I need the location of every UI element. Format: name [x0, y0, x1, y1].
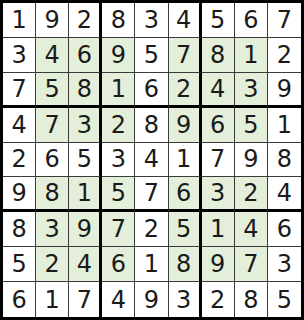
cell-r6c5[interactable]: 7 — [135, 177, 168, 212]
cell-r7c2[interactable]: 3 — [36, 212, 69, 247]
cell-r9c8[interactable]: 8 — [235, 282, 268, 317]
cell-r7c8[interactable]: 4 — [235, 212, 268, 247]
cell-r3c3[interactable]: 8 — [69, 73, 102, 108]
cell-r8c7[interactable]: 9 — [202, 247, 235, 282]
cell-r1c3[interactable]: 2 — [69, 3, 102, 38]
cell-r1c9[interactable]: 7 — [268, 3, 301, 38]
cell-r8c1[interactable]: 5 — [3, 247, 36, 282]
cell-r6c3[interactable]: 1 — [69, 177, 102, 212]
cell-r6c4[interactable]: 5 — [102, 177, 135, 212]
cell-r4c4[interactable]: 2 — [102, 108, 135, 143]
cell-r3c7[interactable]: 4 — [202, 73, 235, 108]
cell-r9c1[interactable]: 6 — [3, 282, 36, 317]
cell-r7c6[interactable]: 5 — [169, 212, 202, 247]
cell-r1c1[interactable]: 1 — [3, 3, 36, 38]
cell-r8c8[interactable]: 7 — [235, 247, 268, 282]
cell-r9c5[interactable]: 9 — [135, 282, 168, 317]
cell-r4c3[interactable]: 3 — [69, 108, 102, 143]
cell-r6c9[interactable]: 4 — [268, 177, 301, 212]
cell-r1c6[interactable]: 4 — [169, 3, 202, 38]
cell-r6c2[interactable]: 8 — [36, 177, 69, 212]
cell-r8c2[interactable]: 2 — [36, 247, 69, 282]
cell-r9c2[interactable]: 1 — [36, 282, 69, 317]
cell-r9c6[interactable]: 3 — [169, 282, 202, 317]
cell-r2c7[interactable]: 8 — [202, 38, 235, 73]
cell-r9c9[interactable]: 5 — [268, 282, 301, 317]
cell-r1c7[interactable]: 5 — [202, 3, 235, 38]
cell-r2c6[interactable]: 7 — [169, 38, 202, 73]
cell-r5c7[interactable]: 7 — [202, 143, 235, 178]
cell-r3c5[interactable]: 6 — [135, 73, 168, 108]
cell-r4c6[interactable]: 9 — [169, 108, 202, 143]
cell-r9c4[interactable]: 4 — [102, 282, 135, 317]
cell-r3c8[interactable]: 3 — [235, 73, 268, 108]
cell-r9c7[interactable]: 2 — [202, 282, 235, 317]
cell-r2c5[interactable]: 5 — [135, 38, 168, 73]
cell-r8c5[interactable]: 1 — [135, 247, 168, 282]
cell-r5c5[interactable]: 4 — [135, 143, 168, 178]
cell-r7c4[interactable]: 7 — [102, 212, 135, 247]
cell-r6c1[interactable]: 9 — [3, 177, 36, 212]
cell-r4c8[interactable]: 5 — [235, 108, 268, 143]
cell-r8c4[interactable]: 6 — [102, 247, 135, 282]
cell-r7c3[interactable]: 9 — [69, 212, 102, 247]
cell-r5c2[interactable]: 6 — [36, 143, 69, 178]
cell-r4c2[interactable]: 7 — [36, 108, 69, 143]
cell-r4c5[interactable]: 8 — [135, 108, 168, 143]
sudoku-board: 1928345673469578127581624394732896512653… — [0, 0, 304, 320]
cell-r3c6[interactable]: 2 — [169, 73, 202, 108]
cell-r3c1[interactable]: 7 — [3, 73, 36, 108]
cell-r7c7[interactable]: 1 — [202, 212, 235, 247]
cell-r4c1[interactable]: 4 — [3, 108, 36, 143]
cell-r5c9[interactable]: 8 — [268, 143, 301, 178]
cell-r3c2[interactable]: 5 — [36, 73, 69, 108]
cell-r3c9[interactable]: 9 — [268, 73, 301, 108]
cell-r6c6[interactable]: 6 — [169, 177, 202, 212]
cell-r4c9[interactable]: 1 — [268, 108, 301, 143]
cell-r4c7[interactable]: 6 — [202, 108, 235, 143]
cell-r5c6[interactable]: 1 — [169, 143, 202, 178]
cell-r7c9[interactable]: 6 — [268, 212, 301, 247]
cell-r5c8[interactable]: 9 — [235, 143, 268, 178]
cell-r2c1[interactable]: 3 — [3, 38, 36, 73]
cell-r3c4[interactable]: 1 — [102, 73, 135, 108]
cell-r2c8[interactable]: 1 — [235, 38, 268, 73]
cell-r5c4[interactable]: 3 — [102, 143, 135, 178]
cell-r8c9[interactable]: 3 — [268, 247, 301, 282]
cell-r7c1[interactable]: 8 — [3, 212, 36, 247]
cell-r1c2[interactable]: 9 — [36, 3, 69, 38]
cell-r2c3[interactable]: 6 — [69, 38, 102, 73]
cell-r5c3[interactable]: 5 — [69, 143, 102, 178]
cell-r9c3[interactable]: 7 — [69, 282, 102, 317]
cell-r1c4[interactable]: 8 — [102, 3, 135, 38]
cell-r2c9[interactable]: 2 — [268, 38, 301, 73]
cell-r8c6[interactable]: 8 — [169, 247, 202, 282]
cell-r1c8[interactable]: 6 — [235, 3, 268, 38]
cell-r5c1[interactable]: 2 — [3, 143, 36, 178]
cell-r1c5[interactable]: 3 — [135, 3, 168, 38]
cell-r6c8[interactable]: 2 — [235, 177, 268, 212]
cell-r2c2[interactable]: 4 — [36, 38, 69, 73]
cell-r6c7[interactable]: 3 — [202, 177, 235, 212]
cell-r2c4[interactable]: 9 — [102, 38, 135, 73]
cell-r7c5[interactable]: 2 — [135, 212, 168, 247]
cell-r8c3[interactable]: 4 — [69, 247, 102, 282]
